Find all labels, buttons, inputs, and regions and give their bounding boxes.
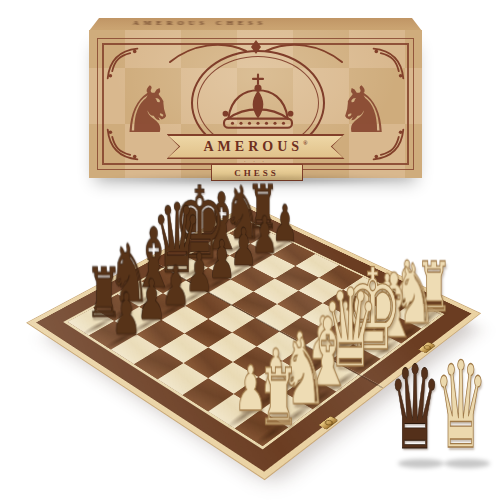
box-front-face: ♞ ♞ AMEROUS® · · · CHESS	[89, 30, 422, 178]
product-photo: AMEROUS CHESS	[0, 0, 500, 500]
spare-light-queen: ♛	[434, 346, 488, 466]
box-top-print: AMEROUS CHESS	[133, 20, 353, 27]
product-box: AMEROUS CHESS	[89, 18, 422, 180]
brand-banner: AMEROUS®	[167, 134, 345, 159]
knight-helmet-right-icon: ♞	[335, 78, 392, 142]
crown-icon	[215, 69, 301, 141]
piece-white-rook: ♜	[258, 359, 299, 438]
brand-banner-ribbon: AMEROUS®	[168, 136, 343, 158]
brand-name: AMEROUS®	[203, 139, 307, 155]
knight-helmet-left-icon: ♞	[119, 78, 176, 142]
registered-mark: ®	[303, 140, 307, 146]
piece-black-pawn: ♟	[111, 285, 141, 342]
